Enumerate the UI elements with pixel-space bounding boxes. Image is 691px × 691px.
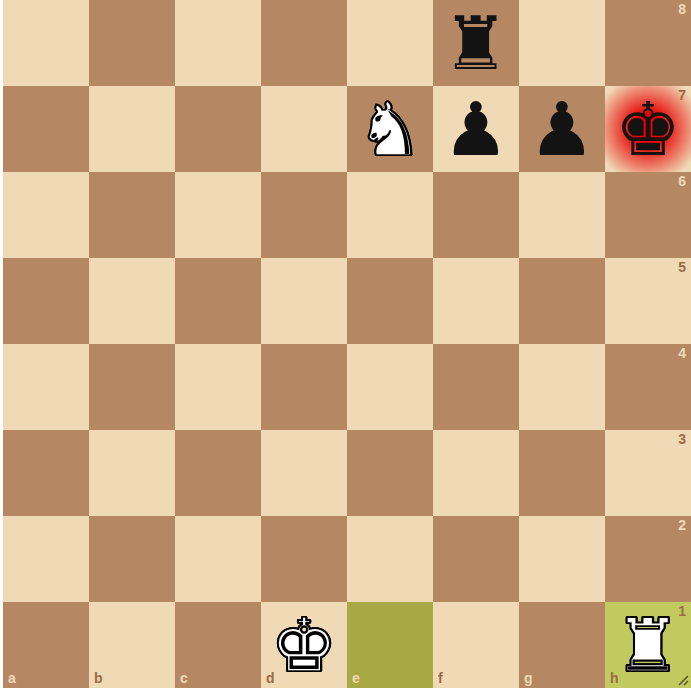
rank-label-5: 5 — [678, 259, 686, 275]
square-a4[interactable] — [3, 344, 89, 430]
square-g7[interactable]: ♟ — [519, 86, 605, 172]
square-d8[interactable] — [261, 0, 347, 86]
black-pawn-f7-piece[interactable]: ♟ — [433, 86, 519, 172]
square-b3[interactable] — [89, 430, 175, 516]
square-a8[interactable] — [3, 0, 89, 86]
chess-board: ♜8♞♟♟7♚65432abcd♚efgh1♜ — [3, 0, 691, 688]
square-g1[interactable]: g — [519, 602, 605, 688]
square-h8[interactable]: 8 — [605, 0, 691, 86]
square-b4[interactable] — [89, 344, 175, 430]
square-c6[interactable] — [175, 172, 261, 258]
square-d6[interactable] — [261, 172, 347, 258]
rank-label-7: 7 — [678, 87, 686, 103]
square-b8[interactable] — [89, 0, 175, 86]
file-label-f: f — [438, 670, 443, 686]
file-label-g: g — [524, 670, 533, 686]
square-f7[interactable]: ♟ — [433, 86, 519, 172]
rank-label-3: 3 — [678, 431, 686, 447]
square-g2[interactable] — [519, 516, 605, 602]
square-h4[interactable]: 4 — [605, 344, 691, 430]
square-d4[interactable] — [261, 344, 347, 430]
square-h2[interactable]: 2 — [605, 516, 691, 602]
rank-label-8: 8 — [678, 1, 686, 17]
square-c5[interactable] — [175, 258, 261, 344]
file-label-h: h — [610, 670, 619, 686]
square-e7[interactable]: ♞ — [347, 86, 433, 172]
square-f2[interactable] — [433, 516, 519, 602]
square-a5[interactable] — [3, 258, 89, 344]
square-b6[interactable] — [89, 172, 175, 258]
square-a1[interactable]: a — [3, 602, 89, 688]
square-c7[interactable] — [175, 86, 261, 172]
square-g5[interactable] — [519, 258, 605, 344]
file-label-d: d — [266, 670, 275, 686]
square-e3[interactable] — [347, 430, 433, 516]
square-b7[interactable] — [89, 86, 175, 172]
rank-label-4: 4 — [678, 345, 686, 361]
square-g6[interactable] — [519, 172, 605, 258]
square-f3[interactable] — [433, 430, 519, 516]
square-e6[interactable] — [347, 172, 433, 258]
board-resize-handle-icon[interactable] — [676, 673, 690, 687]
rank-label-1: 1 — [678, 603, 686, 619]
square-g4[interactable] — [519, 344, 605, 430]
file-label-c: c — [180, 670, 188, 686]
square-c3[interactable] — [175, 430, 261, 516]
square-h5[interactable]: 5 — [605, 258, 691, 344]
square-h7[interactable]: 7♚ — [605, 86, 691, 172]
square-d5[interactable] — [261, 258, 347, 344]
square-e8[interactable] — [347, 0, 433, 86]
square-a7[interactable] — [3, 86, 89, 172]
square-c4[interactable] — [175, 344, 261, 430]
file-label-a: a — [8, 670, 16, 686]
square-g8[interactable] — [519, 0, 605, 86]
square-b1[interactable]: b — [89, 602, 175, 688]
square-c2[interactable] — [175, 516, 261, 602]
square-h3[interactable]: 3 — [605, 430, 691, 516]
square-g3[interactable] — [519, 430, 605, 516]
square-f4[interactable] — [433, 344, 519, 430]
black-rook-f8-piece[interactable]: ♜ — [433, 0, 519, 86]
square-a2[interactable] — [3, 516, 89, 602]
square-a3[interactable] — [3, 430, 89, 516]
square-h6[interactable]: 6 — [605, 172, 691, 258]
square-c1[interactable]: c — [175, 602, 261, 688]
square-d2[interactable] — [261, 516, 347, 602]
square-f5[interactable] — [433, 258, 519, 344]
square-d3[interactable] — [261, 430, 347, 516]
rank-label-6: 6 — [678, 173, 686, 189]
square-f1[interactable]: f — [433, 602, 519, 688]
square-e5[interactable] — [347, 258, 433, 344]
square-f8[interactable]: ♜ — [433, 0, 519, 86]
square-e1[interactable]: e — [347, 602, 433, 688]
black-pawn-g7-piece[interactable]: ♟ — [519, 86, 605, 172]
file-label-b: b — [94, 670, 103, 686]
square-f6[interactable] — [433, 172, 519, 258]
rank-label-2: 2 — [678, 517, 686, 533]
square-e4[interactable] — [347, 344, 433, 430]
square-d7[interactable] — [261, 86, 347, 172]
square-d1[interactable]: d♚ — [261, 602, 347, 688]
square-e2[interactable] — [347, 516, 433, 602]
file-label-e: e — [352, 670, 360, 686]
square-a6[interactable] — [3, 172, 89, 258]
square-c8[interactable] — [175, 0, 261, 86]
square-b5[interactable] — [89, 258, 175, 344]
square-b2[interactable] — [89, 516, 175, 602]
white-knight-e7-piece[interactable]: ♞ — [347, 86, 433, 172]
